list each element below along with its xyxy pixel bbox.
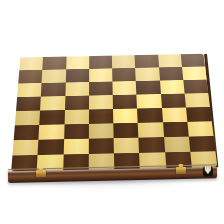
hinge-right — [176, 167, 186, 174]
square-g7[interactable] — [159, 67, 183, 81]
square-d2[interactable] — [89, 138, 114, 154]
square-e2[interactable] — [114, 138, 140, 154]
square-c3[interactable] — [64, 124, 89, 139]
board-grid — [11, 54, 217, 172]
product-photo: Ψ — [0, 0, 224, 224]
square-a3[interactable] — [14, 125, 40, 140]
square-h3[interactable] — [187, 121, 213, 136]
square-d8[interactable] — [89, 56, 112, 69]
square-g8[interactable] — [158, 54, 182, 67]
square-g5[interactable] — [160, 94, 185, 108]
square-g4[interactable] — [161, 107, 187, 122]
square-d7[interactable] — [89, 68, 113, 82]
square-f7[interactable] — [135, 67, 159, 81]
square-h6[interactable] — [183, 80, 208, 94]
square-e5[interactable] — [113, 95, 138, 109]
chess-board[interactable] — [11, 54, 217, 172]
square-b2[interactable] — [38, 139, 64, 155]
square-c5[interactable] — [65, 96, 89, 110]
square-e7[interactable] — [112, 68, 136, 82]
square-b6[interactable] — [41, 83, 65, 97]
square-h7[interactable] — [182, 66, 207, 80]
square-f6[interactable] — [136, 81, 161, 95]
square-a4[interactable] — [15, 111, 40, 126]
square-b8[interactable] — [43, 57, 67, 70]
square-f3[interactable] — [138, 122, 164, 137]
square-c8[interactable] — [66, 56, 89, 69]
square-g6[interactable] — [160, 80, 185, 94]
square-e3[interactable] — [113, 123, 138, 138]
square-f2[interactable] — [139, 137, 165, 153]
square-d5[interactable] — [89, 95, 113, 109]
square-c4[interactable] — [64, 110, 89, 125]
square-f4[interactable] — [137, 108, 162, 123]
square-b3[interactable] — [39, 124, 64, 139]
hinge-left — [36, 170, 46, 177]
square-b7[interactable] — [42, 69, 66, 83]
square-e4[interactable] — [113, 108, 138, 123]
square-h5[interactable] — [184, 93, 210, 107]
square-c7[interactable] — [65, 69, 89, 83]
square-h8[interactable] — [181, 54, 205, 67]
square-d3[interactable] — [89, 123, 114, 138]
square-f5[interactable] — [137, 94, 162, 108]
square-e8[interactable] — [112, 55, 135, 68]
square-h2[interactable] — [189, 136, 216, 152]
square-c2[interactable] — [63, 139, 88, 155]
square-d6[interactable] — [89, 82, 113, 96]
eagle-emblem-icon: Ψ — [204, 167, 211, 175]
square-a8[interactable] — [19, 57, 43, 70]
square-h4[interactable] — [186, 107, 212, 122]
square-g3[interactable] — [163, 122, 189, 137]
square-e6[interactable] — [112, 81, 136, 95]
square-f8[interactable] — [135, 55, 159, 68]
square-b4[interactable] — [39, 110, 64, 125]
square-a7[interactable] — [18, 70, 42, 84]
square-a5[interactable] — [16, 97, 41, 111]
square-b5[interactable] — [40, 96, 65, 110]
square-a6[interactable] — [17, 83, 42, 97]
square-d4[interactable] — [89, 109, 114, 124]
square-g2[interactable] — [164, 137, 190, 153]
square-a2[interactable] — [12, 140, 38, 156]
square-c6[interactable] — [65, 82, 89, 96]
brand-logo: Ψ — [203, 166, 213, 176]
